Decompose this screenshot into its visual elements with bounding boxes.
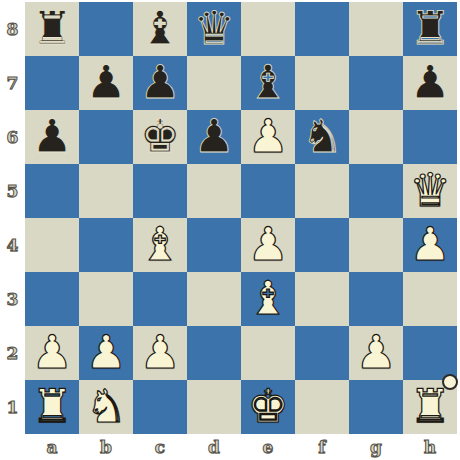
square-a6[interactable]: ♟ xyxy=(25,110,79,164)
white-pawn-icon[interactable]: ♟ xyxy=(31,325,72,379)
square-g8[interactable] xyxy=(349,2,403,56)
rank-label-3: 3 xyxy=(0,272,25,326)
rank-label-7: 7 xyxy=(0,56,25,110)
square-a5[interactable] xyxy=(25,164,79,218)
black-pawn-icon[interactable]: ♟ xyxy=(193,109,234,163)
black-pawn-icon[interactable]: ♟ xyxy=(85,55,126,109)
square-b7[interactable]: ♟ xyxy=(79,56,133,110)
black-pawn-icon[interactable]: ♟ xyxy=(409,55,450,109)
square-c1[interactable] xyxy=(133,380,187,434)
black-pawn-icon[interactable]: ♟ xyxy=(31,109,72,163)
file-label-f: f xyxy=(295,434,349,460)
square-h2[interactable] xyxy=(403,326,457,380)
white-rook-icon[interactable]: ♜ xyxy=(31,379,72,433)
file-label-g: g xyxy=(349,434,403,460)
white-pawn-icon[interactable]: ♟ xyxy=(355,325,396,379)
square-f1[interactable] xyxy=(295,380,349,434)
square-b6[interactable] xyxy=(79,110,133,164)
square-c3[interactable] xyxy=(133,272,187,326)
square-a1[interactable]: ♜ xyxy=(25,380,79,434)
square-g6[interactable] xyxy=(349,110,403,164)
black-bishop-icon[interactable]: ♝ xyxy=(247,55,288,109)
square-d8[interactable]: ♛ xyxy=(187,2,241,56)
square-e7[interactable]: ♝ xyxy=(241,56,295,110)
square-h7[interactable]: ♟ xyxy=(403,56,457,110)
square-g2[interactable]: ♟ xyxy=(349,326,403,380)
rank-label-2: 2 xyxy=(0,326,25,380)
square-e6[interactable]: ♟ xyxy=(241,110,295,164)
square-b3[interactable] xyxy=(79,272,133,326)
square-e4[interactable]: ♟ xyxy=(241,218,295,272)
square-f2[interactable] xyxy=(295,326,349,380)
square-f5[interactable] xyxy=(295,164,349,218)
black-pawn-icon[interactable]: ♟ xyxy=(139,55,180,109)
square-e5[interactable] xyxy=(241,164,295,218)
square-c8[interactable]: ♝ xyxy=(133,2,187,56)
white-pawn-icon[interactable]: ♟ xyxy=(139,325,180,379)
square-f4[interactable] xyxy=(295,218,349,272)
square-b8[interactable] xyxy=(79,2,133,56)
rank-labels: 87654321 xyxy=(0,2,25,434)
black-knight-icon[interactable]: ♞ xyxy=(301,109,342,163)
square-e8[interactable] xyxy=(241,2,295,56)
square-c4[interactable]: ♝ xyxy=(133,218,187,272)
square-e1[interactable]: ♚ xyxy=(241,380,295,434)
black-rook-icon[interactable]: ♜ xyxy=(409,1,450,55)
square-a8[interactable]: ♜ xyxy=(25,2,79,56)
square-e3[interactable]: ♝ xyxy=(241,272,295,326)
square-d2[interactable] xyxy=(187,326,241,380)
square-d1[interactable] xyxy=(187,380,241,434)
black-rook-icon[interactable]: ♜ xyxy=(31,1,72,55)
white-pawn-icon[interactable]: ♟ xyxy=(85,325,126,379)
square-g3[interactable] xyxy=(349,272,403,326)
square-g7[interactable] xyxy=(349,56,403,110)
file-label-e: e xyxy=(241,434,295,460)
rank-label-6: 6 xyxy=(0,110,25,164)
square-g5[interactable] xyxy=(349,164,403,218)
file-labels: abcdefgh xyxy=(25,434,457,460)
black-bishop-icon[interactable]: ♝ xyxy=(139,1,180,55)
square-h8[interactable]: ♜ xyxy=(403,2,457,56)
white-king-icon[interactable]: ♚ xyxy=(247,379,288,433)
white-bishop-icon[interactable]: ♝ xyxy=(139,217,180,271)
square-d4[interactable] xyxy=(187,218,241,272)
file-label-a: a xyxy=(25,434,79,460)
white-pawn-icon[interactable]: ♟ xyxy=(247,217,288,271)
rank-label-8: 8 xyxy=(0,2,25,56)
chess-board-screenshot: 87654321 ♜♝♛♜♟♟♝♟♟♚♟♟♞♛♝♟♟♝♟♟♟♟♜♞♚♜ abcd… xyxy=(0,0,460,460)
square-b5[interactable] xyxy=(79,164,133,218)
square-e2[interactable] xyxy=(241,326,295,380)
square-a2[interactable]: ♟ xyxy=(25,326,79,380)
square-g1[interactable] xyxy=(349,380,403,434)
square-a7[interactable] xyxy=(25,56,79,110)
square-h3[interactable] xyxy=(403,272,457,326)
square-d5[interactable] xyxy=(187,164,241,218)
white-knight-icon[interactable]: ♞ xyxy=(85,379,126,433)
square-f8[interactable] xyxy=(295,2,349,56)
black-king-icon[interactable]: ♚ xyxy=(139,109,180,163)
chess-board: ♜♝♛♜♟♟♝♟♟♚♟♟♞♛♝♟♟♝♟♟♟♟♜♞♚♜ xyxy=(25,2,457,434)
square-f3[interactable] xyxy=(295,272,349,326)
square-d6[interactable]: ♟ xyxy=(187,110,241,164)
square-f7[interactable] xyxy=(295,56,349,110)
square-b1[interactable]: ♞ xyxy=(79,380,133,434)
white-to-move-indicator xyxy=(442,374,458,390)
file-label-b: b xyxy=(79,434,133,460)
white-pawn-icon[interactable]: ♟ xyxy=(409,217,450,271)
square-g4[interactable] xyxy=(349,218,403,272)
square-h4[interactable]: ♟ xyxy=(403,218,457,272)
file-label-d: d xyxy=(187,434,241,460)
square-b2[interactable]: ♟ xyxy=(79,326,133,380)
square-c7[interactable]: ♟ xyxy=(133,56,187,110)
square-b4[interactable] xyxy=(79,218,133,272)
black-queen-icon[interactable]: ♛ xyxy=(193,1,234,55)
square-h6[interactable] xyxy=(403,110,457,164)
rank-label-4: 4 xyxy=(0,218,25,272)
white-queen-icon[interactable]: ♛ xyxy=(409,163,450,217)
square-c2[interactable]: ♟ xyxy=(133,326,187,380)
square-h5[interactable]: ♛ xyxy=(403,164,457,218)
square-a3[interactable] xyxy=(25,272,79,326)
file-label-c: c xyxy=(133,434,187,460)
square-d7[interactable] xyxy=(187,56,241,110)
white-pawn-icon[interactable]: ♟ xyxy=(247,109,288,163)
square-f6[interactable]: ♞ xyxy=(295,110,349,164)
square-a4[interactable] xyxy=(25,218,79,272)
rank-label-5: 5 xyxy=(0,164,25,218)
white-bishop-icon[interactable]: ♝ xyxy=(247,271,288,325)
rank-label-1: 1 xyxy=(0,380,25,434)
square-d3[interactable] xyxy=(187,272,241,326)
file-label-h: h xyxy=(403,434,457,460)
square-c5[interactable] xyxy=(133,164,187,218)
square-c6[interactable]: ♚ xyxy=(133,110,187,164)
